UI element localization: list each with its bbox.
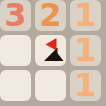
cell-r1c0[interactable]	[0, 35, 31, 66]
cell-r2c2[interactable]: 1	[70, 70, 101, 101]
cell-r2c1[interactable]	[35, 70, 66, 101]
minesweeper-screen: 321 11	[0, 0, 106, 106]
cell-number: 2	[39, 0, 61, 31]
cell-r1c1[interactable]	[35, 35, 66, 66]
cell-r0c2[interactable]: 1	[70, 0, 101, 31]
cell-number: 1	[74, 34, 96, 66]
minesweeper-board: 321 11	[0, 0, 101, 101]
cell-number: 1	[74, 69, 96, 101]
cell-r0c0[interactable]: 3	[0, 0, 31, 31]
cell-r1c2[interactable]: 1	[70, 35, 101, 66]
flag-icon	[35, 35, 66, 66]
cell-r2c0[interactable]	[0, 70, 31, 101]
cell-number: 3	[4, 0, 26, 31]
cell-number: 1	[74, 0, 96, 31]
cell-r0c1[interactable]: 2	[35, 0, 66, 31]
